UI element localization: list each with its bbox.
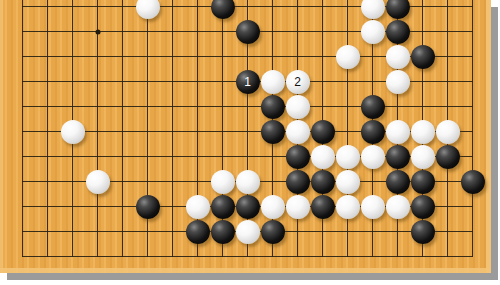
stone-white [286,195,310,219]
stone-white [86,170,110,194]
stone-black [261,220,285,244]
stone-white [336,170,360,194]
stone-black [311,120,335,144]
stone-black [361,95,385,119]
stone-black [411,220,435,244]
stone-white [361,20,385,44]
stone-black [186,220,210,244]
stone-white: 2 [286,70,310,94]
stone-black [361,120,385,144]
stone-white [411,120,435,144]
stone-white [361,195,385,219]
stone-white [336,45,360,69]
stone-black [411,170,435,194]
board-edge-bevel-right [486,0,491,273]
move-number-label: 1 [244,76,251,88]
stone-black [411,195,435,219]
stone-white [211,170,235,194]
stone-black [311,195,335,219]
stone-white [186,195,210,219]
stone-black [211,220,235,244]
stone-black: 1 [236,70,260,94]
go-board[interactable]: 12 [0,0,491,273]
board-edge-bevel-bottom [0,268,491,273]
stone-white [436,120,460,144]
stone-white [261,195,285,219]
stone-black [461,170,485,194]
stone-white [261,70,285,94]
stone-black [261,95,285,119]
stone-white [386,45,410,69]
stone-white [311,145,335,169]
stone-white [386,195,410,219]
stone-white [236,220,260,244]
stone-white [236,170,260,194]
stone-black [286,145,310,169]
stone-white [286,120,310,144]
stone-white [361,145,385,169]
stone-white [61,120,85,144]
stone-black [386,145,410,169]
stone-white [386,120,410,144]
stone-white [386,70,410,94]
stone-black [411,45,435,69]
stone-black [286,170,310,194]
stone-black [386,170,410,194]
board-edge-bevel-left [0,0,3,273]
stone-white [286,95,310,119]
stone-black [436,145,460,169]
stone-black [386,20,410,44]
stone-black [261,120,285,144]
stone-black [311,170,335,194]
go-app-screen: 12 [0,0,500,285]
star-point [95,29,100,34]
stone-white [411,145,435,169]
stone-black [236,20,260,44]
stone-white [336,145,360,169]
stone-black [136,195,160,219]
move-number-label: 2 [294,76,301,88]
stone-white [336,195,360,219]
stone-black [211,195,235,219]
stone-black [236,195,260,219]
